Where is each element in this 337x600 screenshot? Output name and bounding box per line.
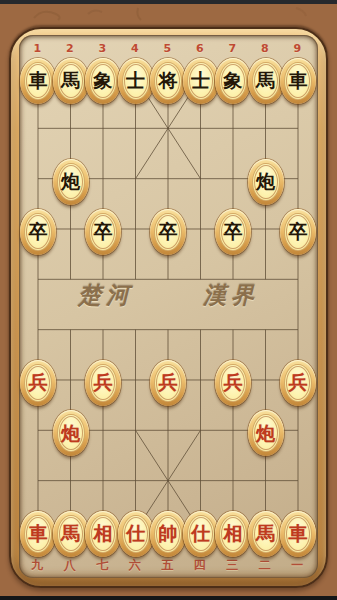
- piece-character: 車: [289, 71, 308, 90]
- coordinate-label: 五: [151, 558, 184, 572]
- piece-red-advisor[interactable]: 仕: [118, 511, 154, 557]
- piece-face: 卒: [24, 213, 52, 251]
- piece-face: 馬: [252, 62, 280, 100]
- piece-face: 卒: [154, 213, 182, 251]
- piece-black-general[interactable]: 将: [150, 58, 186, 104]
- piece-character: 兵: [289, 373, 308, 392]
- file-labels-bottom: 九八七六五四三二一: [21, 558, 314, 572]
- coordinate-label: 二: [249, 558, 282, 572]
- piece-face: 仕: [187, 515, 215, 553]
- piece-face: 車: [284, 515, 312, 553]
- piece-face: 車: [24, 62, 52, 100]
- piece-face: 馬: [57, 515, 85, 553]
- piece-red-cannon[interactable]: 炮: [248, 410, 284, 456]
- piece-red-chariot[interactable]: 車: [280, 511, 316, 557]
- piece-face: 兵: [219, 364, 247, 402]
- piece-face: 象: [89, 62, 117, 100]
- piece-character: 士: [126, 71, 145, 90]
- piece-character: 兵: [94, 373, 113, 392]
- piece-character: 仕: [126, 524, 145, 543]
- piece-character: 炮: [61, 172, 80, 191]
- piece-character: 兵: [159, 373, 178, 392]
- piece-character: 相: [94, 524, 113, 543]
- piece-black-soldier[interactable]: 卒: [280, 209, 316, 255]
- piece-red-horse[interactable]: 馬: [248, 511, 284, 557]
- piece-face: 炮: [57, 163, 85, 201]
- coordinate-label: 八: [54, 558, 87, 572]
- piece-black-soldier[interactable]: 卒: [20, 209, 56, 255]
- piece-red-soldier[interactable]: 兵: [85, 360, 121, 406]
- piece-red-elephant[interactable]: 相: [85, 511, 121, 557]
- piece-face: 相: [89, 515, 117, 553]
- piece-black-horse[interactable]: 馬: [248, 58, 284, 104]
- piece-face: 兵: [284, 364, 312, 402]
- piece-character: 卒: [289, 222, 308, 241]
- piece-black-advisor[interactable]: 士: [118, 58, 154, 104]
- piece-red-cannon[interactable]: 炮: [53, 410, 89, 456]
- piece-face: 車: [284, 62, 312, 100]
- piece-character: 卒: [29, 222, 48, 241]
- piece-black-advisor[interactable]: 士: [183, 58, 219, 104]
- piece-character: 車: [29, 71, 48, 90]
- piece-character: 馬: [256, 71, 275, 90]
- piece-character: 卒: [94, 222, 113, 241]
- piece-character: 兵: [29, 373, 48, 392]
- piece-character: 卒: [159, 222, 178, 241]
- piece-face: 炮: [252, 163, 280, 201]
- piece-red-soldier[interactable]: 兵: [280, 360, 316, 406]
- piece-character: 車: [29, 524, 48, 543]
- piece-character: 炮: [256, 172, 275, 191]
- piece-face: 士: [122, 62, 150, 100]
- piece-character: 馬: [61, 524, 80, 543]
- piece-character: 兵: [224, 373, 243, 392]
- piece-black-soldier[interactable]: 卒: [85, 209, 121, 255]
- piece-character: 炮: [61, 424, 80, 443]
- piece-red-advisor[interactable]: 仕: [183, 511, 219, 557]
- piece-face: 炮: [57, 414, 85, 452]
- coordinate-label: 三: [216, 558, 249, 572]
- coordinate-label: 四: [184, 558, 217, 572]
- piece-face: 将: [154, 62, 182, 100]
- piece-face: 相: [219, 515, 247, 553]
- piece-face: 象: [219, 62, 247, 100]
- piece-red-soldier[interactable]: 兵: [215, 360, 251, 406]
- piece-face: 卒: [89, 213, 117, 251]
- coordinate-label: 九: [21, 558, 54, 572]
- coordinate-label: 七: [86, 558, 119, 572]
- piece-face: 車: [24, 515, 52, 553]
- piece-face: 卒: [284, 213, 312, 251]
- piece-black-chariot[interactable]: 車: [280, 58, 316, 104]
- piece-black-elephant[interactable]: 象: [215, 58, 251, 104]
- coordinate-label: 一: [281, 558, 314, 572]
- piece-character: 象: [94, 71, 113, 90]
- piece-face: 帥: [154, 515, 182, 553]
- piece-face: 炮: [252, 414, 280, 452]
- piece-black-cannon[interactable]: 炮: [248, 159, 284, 205]
- piece-red-elephant[interactable]: 相: [215, 511, 251, 557]
- piece-face: 仕: [122, 515, 150, 553]
- piece-character: 卒: [224, 222, 243, 241]
- piece-face: 卒: [219, 213, 247, 251]
- piece-character: 将: [159, 71, 178, 90]
- bottom-screen-strip: [0, 596, 337, 600]
- piece-black-soldier[interactable]: 卒: [215, 209, 251, 255]
- piece-red-general[interactable]: 帥: [150, 511, 186, 557]
- piece-red-horse[interactable]: 馬: [53, 511, 89, 557]
- piece-face: 士: [187, 62, 215, 100]
- top-screen-strip: [0, 0, 337, 4]
- piece-face: 兵: [24, 364, 52, 402]
- piece-face: 兵: [89, 364, 117, 402]
- piece-red-chariot[interactable]: 車: [20, 511, 56, 557]
- piece-character: 相: [224, 524, 243, 543]
- piece-character: 象: [224, 71, 243, 90]
- piece-character: 帥: [159, 524, 178, 543]
- piece-character: 車: [289, 524, 308, 543]
- piece-red-soldier[interactable]: 兵: [150, 360, 186, 406]
- piece-black-chariot[interactable]: 車: [20, 58, 56, 104]
- piece-face: 馬: [252, 515, 280, 553]
- piece-character: 炮: [256, 424, 275, 443]
- piece-face: 兵: [154, 364, 182, 402]
- piece-black-horse[interactable]: 馬: [53, 58, 89, 104]
- piece-black-soldier[interactable]: 卒: [150, 209, 186, 255]
- piece-character: 士: [191, 71, 210, 90]
- piece-face: 馬: [57, 62, 85, 100]
- piece-character: 仕: [191, 524, 210, 543]
- piece-black-elephant[interactable]: 象: [85, 58, 121, 104]
- piece-character: 馬: [61, 71, 80, 90]
- piece-black-cannon[interactable]: 炮: [53, 159, 89, 205]
- piece-red-soldier[interactable]: 兵: [20, 360, 56, 406]
- piece-character: 馬: [256, 524, 275, 543]
- pieces-layer: 車馬象士将士象馬車炮炮卒卒卒卒卒兵兵兵兵兵炮炮車馬相仕帥仕相馬車: [22, 53, 315, 556]
- coordinate-label: 六: [119, 558, 152, 572]
